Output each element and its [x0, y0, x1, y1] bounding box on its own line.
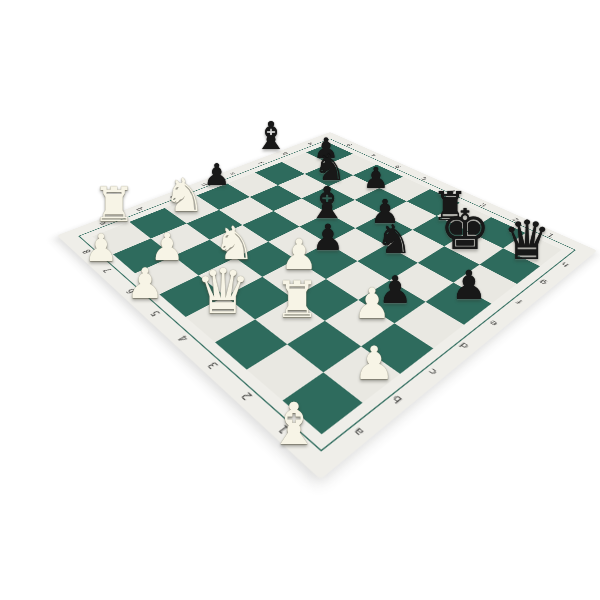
piece-white-P-a6[interactable]: ♟	[353, 340, 394, 386]
piece-black-P-h4[interactable]: ♟	[204, 160, 231, 190]
product-photo-stage: 87654321 87654321 hgfedcba hgfedcba ♝♟♞♟…	[0, 0, 600, 600]
piece-black-P-a3[interactable]: ♟	[451, 265, 487, 305]
piece-white-R-c6[interactable]: ♜	[275, 275, 320, 325]
piece-black-Q-a1[interactable]: ♛	[503, 214, 551, 268]
piece-white-B-a8[interactable]: ♝	[268, 395, 320, 453]
piece-black-B-h2[interactable]: ♝	[254, 117, 288, 155]
piece-white-Q-d7[interactable]: ♛	[195, 261, 251, 323]
piece-white-N-h5[interactable]: ♞	[163, 172, 204, 218]
piece-black-K-b2[interactable]: ♚	[440, 202, 490, 258]
piece-white-P-e8[interactable]: ♟	[126, 263, 164, 305]
piece-black-P-f1[interactable]: ♟	[363, 164, 389, 193]
piece-white-P-g8[interactable]: ♟	[84, 229, 118, 267]
pieces-layer: ♝♟♞♟♟♞♝♜♜♟♟♚♞♞♟♟♛♟♟♟♟♛♜♟♟♝	[0, 0, 600, 600]
piece-black-N-d3[interactable]: ♞	[376, 219, 412, 259]
piece-white-P-b5[interactable]: ♟	[353, 283, 391, 325]
piece-white-R-h7[interactable]: ♜	[92, 180, 135, 228]
